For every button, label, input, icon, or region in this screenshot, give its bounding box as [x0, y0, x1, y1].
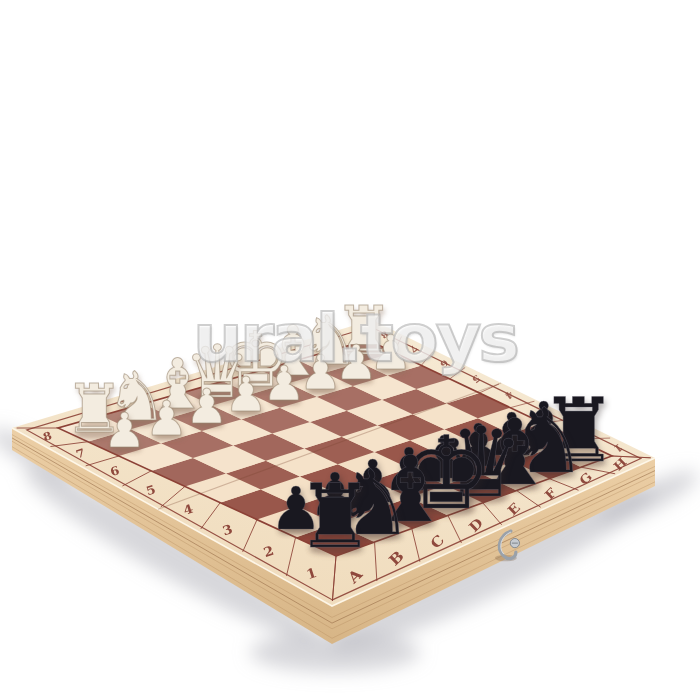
piece-shadow: [278, 525, 313, 535]
piece-shadow: [317, 511, 352, 521]
piece-shadow: [427, 474, 462, 484]
piece-shadow: [309, 361, 350, 373]
piece-shadow: [195, 392, 239, 404]
piece-shadow: [383, 514, 438, 529]
piece-shadow: [494, 451, 529, 461]
piece-shadow: [416, 500, 477, 517]
piece-shadow: [346, 527, 400, 542]
piece-shadow: [355, 498, 390, 508]
piece-shadow: [192, 420, 221, 428]
piece-shadow: [526, 440, 561, 450]
chessboard: A11B22C33D44E55F66G77H88: [0, 0, 700, 700]
piece-shadow: [157, 404, 198, 416]
piece-shadow: [233, 381, 279, 394]
piece-shadow: [344, 351, 384, 362]
piece-shadow: [269, 397, 298, 405]
piece-shadow: [342, 376, 371, 384]
piece-shadow: [376, 365, 405, 373]
piece-shadow: [116, 416, 157, 428]
piece-shadow: [152, 432, 181, 440]
piece-shadow: [461, 462, 496, 472]
piece-shadow: [391, 486, 426, 496]
chess-set-product-photo: A11B22C33D44E55F66G77H88 ♜♞♟♝♟♚♟♛♟♝♟♞♟♜♟…: [0, 0, 700, 700]
piece-shadow: [74, 428, 114, 439]
piece-shadow: [306, 386, 335, 394]
piece-shadow: [232, 408, 261, 416]
piece-shadow: [309, 541, 362, 556]
piece-shadow: [272, 371, 313, 383]
piece-shadow: [110, 444, 139, 452]
